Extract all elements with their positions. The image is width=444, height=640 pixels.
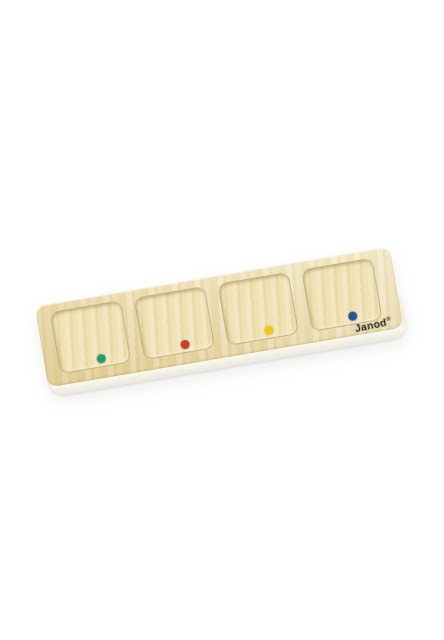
green-dot-icon [96,354,106,364]
yellow-dot-icon [264,325,274,335]
blue-dot-icon [348,311,358,321]
compartment-yellow [217,272,298,346]
wooden-tray: Janod® [35,247,404,388]
registered-trademark-symbol: ® [385,315,391,322]
compartment-red [134,286,215,360]
red-dot-icon [180,339,190,349]
compartment-grid [50,258,383,375]
product-photo: Janod® [0,0,444,640]
compartment-green [50,300,131,374]
